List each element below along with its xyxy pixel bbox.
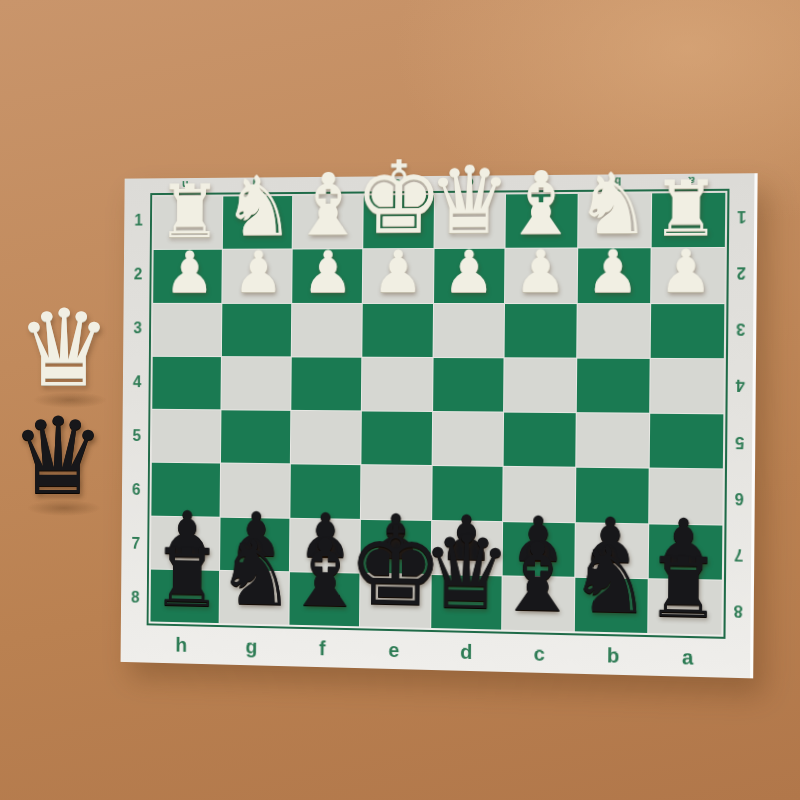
tabletop: 12345678 12345678 hgfedcba hgfedcba ♜♞♝♚… (0, 0, 800, 800)
spare-white-queen[interactable]: ♛ (16, 296, 111, 402)
offboard-pieces: ♛♛ (0, 0, 800, 800)
spare-black-queen[interactable]: ♛ (10, 404, 105, 510)
